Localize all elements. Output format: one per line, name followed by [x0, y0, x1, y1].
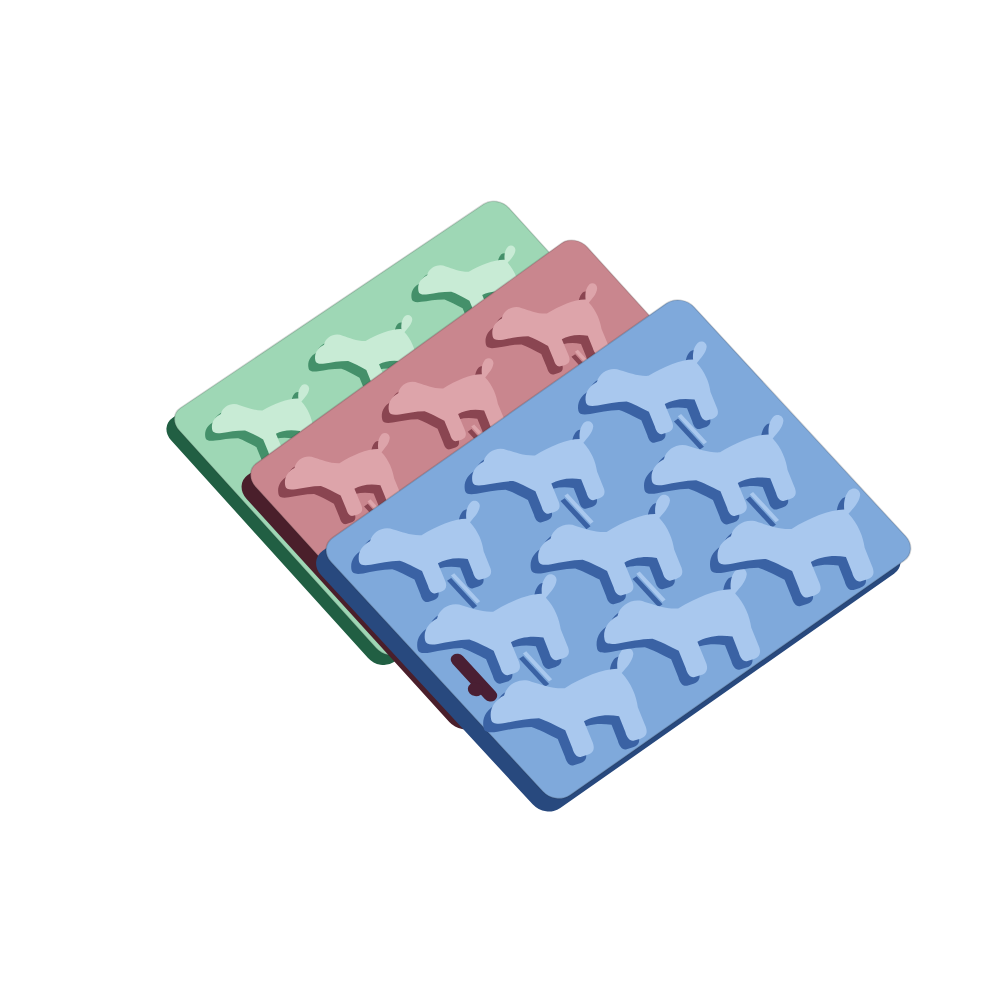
product-photo [0, 0, 1000, 1000]
molds-illustration [0, 0, 1000, 1000]
